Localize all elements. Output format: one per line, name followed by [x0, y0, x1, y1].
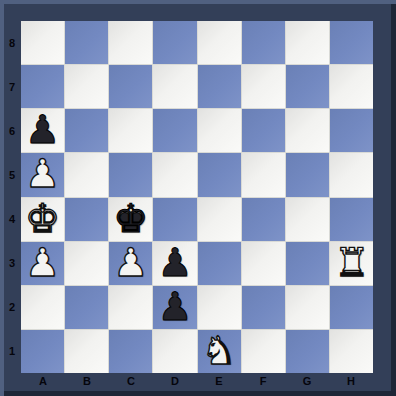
square-b2[interactable] [65, 286, 108, 329]
square-h7[interactable] [330, 65, 373, 108]
white-knight[interactable]: ♞ [202, 331, 237, 370]
square-f3[interactable] [242, 242, 285, 285]
black-pawn[interactable]: ♟ [157, 287, 192, 326]
file-label-f: F [241, 373, 285, 393]
square-g6[interactable] [286, 109, 329, 152]
square-e6[interactable] [198, 109, 241, 152]
square-a6[interactable]: ♟ [21, 109, 64, 152]
square-b7[interactable] [65, 65, 108, 108]
square-b6[interactable] [65, 109, 108, 152]
file-labels: ABCDEFGH [21, 373, 373, 393]
file-label-g: G [285, 373, 329, 393]
square-c3[interactable]: ♟ [109, 242, 152, 285]
square-e4[interactable] [198, 198, 241, 241]
file-label-b: B [65, 373, 109, 393]
square-h3[interactable]: ♜ [330, 242, 373, 285]
rank-label-1: 1 [0, 329, 21, 373]
square-f7[interactable] [242, 65, 285, 108]
file-label-h: H [329, 373, 373, 393]
square-h5[interactable] [330, 153, 373, 196]
white-pawn[interactable]: ♟ [25, 154, 60, 193]
black-pawn[interactable]: ♟ [157, 243, 192, 282]
chess-board[interactable]: ♟♟♚♚♟♟♟♜♟♞ [21, 21, 373, 373]
square-d1[interactable] [153, 330, 196, 373]
square-d5[interactable] [153, 153, 196, 196]
square-g7[interactable] [286, 65, 329, 108]
square-f6[interactable] [242, 109, 285, 152]
square-g2[interactable] [286, 286, 329, 329]
square-e1[interactable]: ♞ [198, 330, 241, 373]
square-c6[interactable] [109, 109, 152, 152]
square-f4[interactable] [242, 198, 285, 241]
file-label-a: A [21, 373, 65, 393]
white-rook[interactable]: ♜ [334, 243, 369, 282]
square-d8[interactable] [153, 21, 196, 64]
square-a8[interactable] [21, 21, 64, 64]
square-e7[interactable] [198, 65, 241, 108]
square-h4[interactable] [330, 198, 373, 241]
square-b5[interactable] [65, 153, 108, 196]
square-a7[interactable] [21, 65, 64, 108]
square-f1[interactable] [242, 330, 285, 373]
square-f2[interactable] [242, 286, 285, 329]
square-h1[interactable] [330, 330, 373, 373]
square-g1[interactable] [286, 330, 329, 373]
square-d3[interactable]: ♟ [153, 242, 196, 285]
file-label-e: E [197, 373, 241, 393]
square-d7[interactable] [153, 65, 196, 108]
rank-label-6: 6 [0, 109, 21, 153]
square-g3[interactable] [286, 242, 329, 285]
square-e3[interactable] [198, 242, 241, 285]
square-g5[interactable] [286, 153, 329, 196]
square-c4[interactable]: ♚ [109, 198, 152, 241]
square-a1[interactable] [21, 330, 64, 373]
square-g4[interactable] [286, 198, 329, 241]
square-f8[interactable] [242, 21, 285, 64]
file-label-d: D [153, 373, 197, 393]
square-e5[interactable] [198, 153, 241, 196]
rank-labels: 87654321 [0, 21, 21, 373]
square-b3[interactable] [65, 242, 108, 285]
square-f5[interactable] [242, 153, 285, 196]
white-pawn[interactable]: ♟ [113, 243, 148, 282]
square-c7[interactable] [109, 65, 152, 108]
chess-diagram: 87654321 ♟♟♚♚♟♟♟♜♟♞ ABCDEFGH [0, 0, 396, 396]
square-d2[interactable]: ♟ [153, 286, 196, 329]
square-d4[interactable] [153, 198, 196, 241]
square-c5[interactable] [109, 153, 152, 196]
square-b1[interactable] [65, 330, 108, 373]
rank-label-3: 3 [0, 241, 21, 285]
square-e8[interactable] [198, 21, 241, 64]
white-pawn[interactable]: ♟ [25, 243, 60, 282]
square-a2[interactable] [21, 286, 64, 329]
white-king[interactable]: ♚ [25, 199, 60, 238]
file-label-c: C [109, 373, 153, 393]
square-c1[interactable] [109, 330, 152, 373]
square-h2[interactable] [330, 286, 373, 329]
square-h6[interactable] [330, 109, 373, 152]
black-pawn[interactable]: ♟ [25, 110, 60, 149]
square-a5[interactable]: ♟ [21, 153, 64, 196]
rank-label-4: 4 [0, 197, 21, 241]
rank-label-5: 5 [0, 153, 21, 197]
square-b4[interactable] [65, 198, 108, 241]
square-c2[interactable] [109, 286, 152, 329]
black-king[interactable]: ♚ [113, 199, 148, 238]
square-e2[interactable] [198, 286, 241, 329]
square-g8[interactable] [286, 21, 329, 64]
square-h8[interactable] [330, 21, 373, 64]
square-c8[interactable] [109, 21, 152, 64]
rank-label-2: 2 [0, 285, 21, 329]
square-a3[interactable]: ♟ [21, 242, 64, 285]
square-a4[interactable]: ♚ [21, 198, 64, 241]
square-b8[interactable] [65, 21, 108, 64]
rank-label-7: 7 [0, 65, 21, 109]
square-d6[interactable] [153, 109, 196, 152]
rank-label-8: 8 [0, 21, 21, 65]
